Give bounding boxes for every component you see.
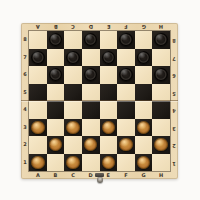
square-c2[interactable] xyxy=(64,136,82,154)
square-h7[interactable] xyxy=(152,49,170,67)
square-h5[interactable] xyxy=(152,84,170,102)
coord-label: 7 xyxy=(170,49,178,67)
coord-label: 3 xyxy=(170,119,178,137)
coord-label: 6 xyxy=(21,66,29,84)
coord-label: 8 xyxy=(170,31,178,49)
square-e7[interactable] xyxy=(100,49,118,67)
square-h8[interactable] xyxy=(152,31,170,49)
square-g4[interactable] xyxy=(135,101,153,119)
black-checker-d6[interactable] xyxy=(84,68,97,81)
square-a2[interactable] xyxy=(29,136,47,154)
board-grid xyxy=(29,31,170,171)
rank-labels-right: 87654321 xyxy=(170,31,178,171)
square-h4[interactable] xyxy=(152,101,170,119)
square-b4[interactable] xyxy=(47,101,65,119)
photo-background: ABCDEFGH ABCDEFGH 87654321 87654321 xyxy=(0,0,200,200)
square-e8[interactable] xyxy=(100,31,118,49)
square-a6[interactable] xyxy=(29,66,47,84)
white-checker-c3[interactable] xyxy=(66,121,79,134)
coord-label: 4 xyxy=(21,101,29,119)
coord-label: H xyxy=(152,23,170,31)
coord-label: 4 xyxy=(170,101,178,119)
white-checker-h2[interactable] xyxy=(154,138,167,151)
square-h1[interactable] xyxy=(152,154,170,172)
coord-label: G xyxy=(135,23,153,31)
square-g6[interactable] xyxy=(135,66,153,84)
coord-label: 1 xyxy=(170,154,178,172)
square-f6[interactable] xyxy=(117,66,135,84)
square-d6[interactable] xyxy=(82,66,100,84)
black-checker-b8[interactable] xyxy=(49,33,62,46)
square-d1[interactable] xyxy=(82,154,100,172)
square-a5[interactable] xyxy=(29,84,47,102)
coord-label: 7 xyxy=(21,49,29,67)
square-b8[interactable] xyxy=(47,31,65,49)
square-d2[interactable] xyxy=(82,136,100,154)
square-g1[interactable] xyxy=(135,154,153,172)
square-d7[interactable] xyxy=(82,49,100,67)
square-c3[interactable] xyxy=(64,119,82,137)
black-checker-b6[interactable] xyxy=(49,68,62,81)
square-c1[interactable] xyxy=(64,154,82,172)
black-checker-c7[interactable] xyxy=(66,51,79,64)
square-c8[interactable] xyxy=(64,31,82,49)
coord-label: 8 xyxy=(21,31,29,49)
square-d4[interactable] xyxy=(82,101,100,119)
coord-label: A xyxy=(29,171,47,179)
square-b5[interactable] xyxy=(47,84,65,102)
rank-labels-left: 87654321 xyxy=(21,31,29,171)
square-c5[interactable] xyxy=(64,84,82,102)
coord-label: F xyxy=(117,171,135,179)
square-f7[interactable] xyxy=(117,49,135,67)
coord-label: 6 xyxy=(170,66,178,84)
white-checker-e1[interactable] xyxy=(102,156,115,169)
black-checker-f6[interactable] xyxy=(119,68,132,81)
coord-label: B xyxy=(47,171,65,179)
square-e3[interactable] xyxy=(100,119,118,137)
square-b7[interactable] xyxy=(47,49,65,67)
square-f3[interactable] xyxy=(117,119,135,137)
square-h6[interactable] xyxy=(152,66,170,84)
black-checker-h8[interactable] xyxy=(154,33,167,46)
coord-label: B xyxy=(47,23,65,31)
black-checker-h6[interactable] xyxy=(154,68,167,81)
square-b1[interactable] xyxy=(47,154,65,172)
square-c6[interactable] xyxy=(64,66,82,84)
square-f4[interactable] xyxy=(117,101,135,119)
checkers-board: ABCDEFGH ABCDEFGH 87654321 87654321 xyxy=(21,23,178,179)
coord-label: 2 xyxy=(170,136,178,154)
white-checker-g1[interactable] xyxy=(137,156,150,169)
coord-label: D xyxy=(82,23,100,31)
square-b6[interactable] xyxy=(47,66,65,84)
white-checker-b2[interactable] xyxy=(49,138,62,151)
coord-label: H xyxy=(152,171,170,179)
white-checker-e3[interactable] xyxy=(102,121,115,134)
coord-label: F xyxy=(117,23,135,31)
square-c7[interactable] xyxy=(64,49,82,67)
square-h2[interactable] xyxy=(152,136,170,154)
square-g2[interactable] xyxy=(135,136,153,154)
square-e6[interactable] xyxy=(100,66,118,84)
coord-label: 5 xyxy=(21,84,29,102)
black-checker-a7[interactable] xyxy=(31,51,44,64)
square-c4[interactable] xyxy=(64,101,82,119)
square-a4[interactable] xyxy=(29,101,47,119)
square-d8[interactable] xyxy=(82,31,100,49)
coord-label: C xyxy=(64,171,82,179)
square-e5[interactable] xyxy=(100,84,118,102)
square-g7[interactable] xyxy=(135,49,153,67)
coord-label: C xyxy=(64,23,82,31)
square-g3[interactable] xyxy=(135,119,153,137)
square-e1[interactable] xyxy=(100,154,118,172)
square-f1[interactable] xyxy=(117,154,135,172)
square-f5[interactable] xyxy=(117,84,135,102)
coord-label: 2 xyxy=(21,136,29,154)
square-e2[interactable] xyxy=(100,136,118,154)
black-checker-g7[interactable] xyxy=(137,51,150,64)
square-h3[interactable] xyxy=(152,119,170,137)
square-a7[interactable] xyxy=(29,49,47,67)
black-checker-e7[interactable] xyxy=(102,51,115,64)
square-g5[interactable] xyxy=(135,84,153,102)
square-a8[interactable] xyxy=(29,31,47,49)
coord-label: G xyxy=(135,171,153,179)
square-b3[interactable] xyxy=(47,119,65,137)
square-e4[interactable] xyxy=(100,101,118,119)
coord-label: E xyxy=(100,23,118,31)
clasp-latch-icon xyxy=(97,177,103,183)
square-a3[interactable] xyxy=(29,119,47,137)
fold-seam xyxy=(21,100,178,101)
square-d3[interactable] xyxy=(82,119,100,137)
black-checker-d8[interactable] xyxy=(84,33,97,46)
square-f8[interactable] xyxy=(117,31,135,49)
square-g8[interactable] xyxy=(135,31,153,49)
white-checker-f2[interactable] xyxy=(119,138,132,151)
white-checker-a3[interactable] xyxy=(31,121,44,134)
square-f2[interactable] xyxy=(117,136,135,154)
square-a1[interactable] xyxy=(29,154,47,172)
coord-label: 1 xyxy=(21,154,29,172)
black-checker-f8[interactable] xyxy=(119,33,132,46)
white-checker-d2[interactable] xyxy=(84,138,97,151)
file-labels-top: ABCDEFGH xyxy=(29,23,170,31)
white-checker-a1[interactable] xyxy=(31,156,44,169)
coord-label: 3 xyxy=(21,119,29,137)
square-d5[interactable] xyxy=(82,84,100,102)
white-checker-g3[interactable] xyxy=(137,121,150,134)
white-checker-c1[interactable] xyxy=(66,156,79,169)
square-b2[interactable] xyxy=(47,136,65,154)
coord-label: A xyxy=(29,23,47,31)
coord-label: 5 xyxy=(170,84,178,102)
